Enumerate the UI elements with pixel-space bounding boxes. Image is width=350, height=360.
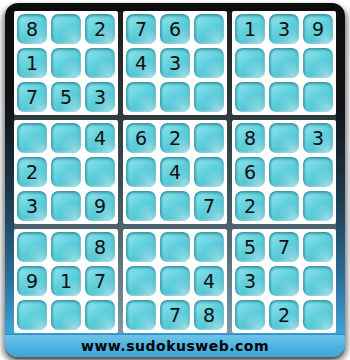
given-digit: 3 (94, 88, 106, 107)
cell-r4c1[interactable] (17, 123, 47, 153)
cell-r1c2[interactable] (51, 14, 81, 44)
cell-r8c8[interactable] (269, 266, 299, 296)
given-digit: 3 (278, 20, 290, 39)
cell-r8c1[interactable]: 9 (17, 266, 47, 296)
sudoku-grid: 821753764313942396247836289174785732 (14, 11, 336, 333)
given-digit: 1 (60, 272, 72, 291)
cell-r5c8[interactable] (269, 157, 299, 187)
cell-r4c5[interactable]: 2 (160, 123, 190, 153)
cell-r7c1[interactable] (17, 232, 47, 262)
given-digit: 1 (244, 20, 256, 39)
cell-r7c8[interactable]: 7 (269, 232, 299, 262)
given-digit: 6 (135, 129, 147, 148)
cell-r9c4[interactable] (126, 300, 156, 330)
cell-r2c5[interactable]: 3 (160, 48, 190, 78)
cell-r5c7[interactable]: 6 (235, 157, 265, 187)
cell-r4c7[interactable]: 8 (235, 123, 265, 153)
given-digit: 3 (169, 54, 181, 73)
cell-r6c3[interactable]: 9 (85, 191, 115, 221)
cell-r5c5[interactable]: 4 (160, 157, 190, 187)
given-digit: 8 (26, 20, 38, 39)
cell-r9c9[interactable] (303, 300, 333, 330)
sudoku-board: 821753764313942396247836289174785732 www… (5, 3, 345, 357)
cell-r2c9[interactable] (303, 48, 333, 78)
footer-band: www.sudokusweb.com (5, 334, 345, 357)
cell-r3c4[interactable] (126, 82, 156, 112)
cell-r6c1[interactable]: 3 (17, 191, 47, 221)
cell-r9c5[interactable]: 7 (160, 300, 190, 330)
cell-r2c6[interactable] (194, 48, 224, 78)
cell-r1c6[interactable] (194, 14, 224, 44)
cell-r1c7[interactable]: 1 (235, 14, 265, 44)
box-r2c1: 4239 (14, 120, 118, 224)
box-r2c3: 8362 (232, 120, 336, 224)
cell-r3c7[interactable] (235, 82, 265, 112)
box-r3c3: 5732 (232, 229, 336, 333)
cell-r6c4[interactable] (126, 191, 156, 221)
cell-r3c8[interactable] (269, 82, 299, 112)
given-digit: 2 (94, 20, 106, 39)
box-r3c2: 478 (123, 229, 227, 333)
cell-r8c3[interactable]: 7 (85, 266, 115, 296)
cell-r5c3[interactable] (85, 157, 115, 187)
cell-r4c8[interactable] (269, 123, 299, 153)
cell-r2c3[interactable] (85, 48, 115, 78)
cell-r4c2[interactable] (51, 123, 81, 153)
cell-r2c7[interactable] (235, 48, 265, 78)
cell-r9c2[interactable] (51, 300, 81, 330)
given-digit: 3 (244, 272, 256, 291)
cell-r1c8[interactable]: 3 (269, 14, 299, 44)
given-digit: 4 (203, 272, 215, 291)
cell-r1c4[interactable]: 7 (126, 14, 156, 44)
box-r1c1: 821753 (14, 11, 118, 115)
cell-r9c3[interactable] (85, 300, 115, 330)
given-digit: 7 (94, 272, 106, 291)
cell-r9c6[interactable]: 8 (194, 300, 224, 330)
cell-r8c2[interactable]: 1 (51, 266, 81, 296)
given-digit: 7 (26, 88, 38, 107)
given-digit: 7 (169, 306, 181, 325)
cell-r3c1[interactable]: 7 (17, 82, 47, 112)
site-url: www.sudokusweb.com (81, 338, 269, 354)
given-digit: 9 (312, 20, 324, 39)
cell-r7c4[interactable] (126, 232, 156, 262)
cell-r7c7[interactable]: 5 (235, 232, 265, 262)
cell-r5c9[interactable] (303, 157, 333, 187)
given-digit: 9 (94, 197, 106, 216)
cell-r2c1[interactable]: 1 (17, 48, 47, 78)
cell-r9c1[interactable] (17, 300, 47, 330)
cell-r3c5[interactable] (160, 82, 190, 112)
cell-r9c7[interactable] (235, 300, 265, 330)
cell-r4c6[interactable] (194, 123, 224, 153)
given-digit: 3 (26, 197, 38, 216)
cell-r6c6[interactable]: 7 (194, 191, 224, 221)
cell-r4c4[interactable]: 6 (126, 123, 156, 153)
cell-r9c8[interactable]: 2 (269, 300, 299, 330)
given-digit: 7 (278, 238, 290, 257)
cell-r1c1[interactable]: 8 (17, 14, 47, 44)
cell-r5c4[interactable] (126, 157, 156, 187)
cell-r7c2[interactable] (51, 232, 81, 262)
cell-r7c3[interactable]: 8 (85, 232, 115, 262)
cell-r3c9[interactable] (303, 82, 333, 112)
cell-r3c2[interactable]: 5 (51, 82, 81, 112)
cell-r3c3[interactable]: 3 (85, 82, 115, 112)
given-digit: 4 (169, 163, 181, 182)
cell-r8c6[interactable]: 4 (194, 266, 224, 296)
given-digit: 8 (94, 238, 106, 257)
cell-r5c2[interactable] (51, 157, 81, 187)
cell-r8c7[interactable]: 3 (235, 266, 265, 296)
cell-r6c9[interactable] (303, 191, 333, 221)
given-digit: 3 (312, 129, 324, 148)
given-digit: 9 (26, 272, 38, 291)
cell-r3c6[interactable] (194, 82, 224, 112)
cell-r1c3[interactable]: 2 (85, 14, 115, 44)
given-digit: 2 (244, 197, 256, 216)
given-digit: 2 (169, 129, 181, 148)
cell-r2c8[interactable] (269, 48, 299, 78)
given-digit: 8 (203, 306, 215, 325)
box-r1c3: 139 (232, 11, 336, 115)
cell-r2c4[interactable]: 4 (126, 48, 156, 78)
cell-r8c5[interactable] (160, 266, 190, 296)
given-digit: 5 (244, 238, 256, 257)
cell-r6c7[interactable]: 2 (235, 191, 265, 221)
box-r3c1: 8917 (14, 229, 118, 333)
given-digit: 2 (26, 163, 38, 182)
cell-r6c2[interactable] (51, 191, 81, 221)
given-digit: 7 (203, 197, 215, 216)
cell-r8c9[interactable] (303, 266, 333, 296)
given-digit: 6 (169, 20, 181, 39)
given-digit: 7 (135, 20, 147, 39)
cell-r4c9[interactable]: 3 (303, 123, 333, 153)
cell-r1c5[interactable]: 6 (160, 14, 190, 44)
given-digit: 4 (135, 54, 147, 73)
given-digit: 8 (244, 129, 256, 148)
cell-r2c2[interactable] (51, 48, 81, 78)
given-digit: 1 (26, 54, 38, 73)
cell-r4c3[interactable]: 4 (85, 123, 115, 153)
box-r1c2: 7643 (123, 11, 227, 115)
box-r2c2: 6247 (123, 120, 227, 224)
cell-r5c1[interactable]: 2 (17, 157, 47, 187)
cell-r6c5[interactable] (160, 191, 190, 221)
cell-r5c6[interactable] (194, 157, 224, 187)
given-digit: 5 (60, 88, 72, 107)
cell-r7c9[interactable] (303, 232, 333, 262)
given-digit: 2 (278, 306, 290, 325)
cell-r8c4[interactable] (126, 266, 156, 296)
given-digit: 6 (244, 163, 256, 182)
given-digit: 4 (94, 129, 106, 148)
cell-r1c9[interactable]: 9 (303, 14, 333, 44)
cell-r6c8[interactable] (269, 191, 299, 221)
cell-r7c6[interactable] (194, 232, 224, 262)
cell-r7c5[interactable] (160, 232, 190, 262)
